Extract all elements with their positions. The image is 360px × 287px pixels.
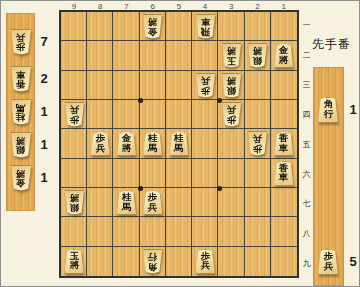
shogi-piece-gote[interactable]: 香車 — [10, 66, 32, 92]
board-cell[interactable] — [113, 12, 139, 41]
board-piece-holder: 桂馬 — [166, 129, 192, 158]
shogi-piece-gote[interactable]: 玉將 — [221, 43, 242, 68]
board-cell[interactable] — [166, 247, 192, 276]
shogi-piece-gote[interactable]: 歩兵 — [195, 73, 216, 98]
board-piece-holder: 金將 — [140, 12, 166, 41]
gote-hand-piece: 歩兵 — [9, 28, 33, 55]
piece-kanji-top: 玉 — [227, 56, 236, 66]
piece-kanji-top: 金 — [148, 27, 157, 37]
piece-kanji-bottom: 將 — [122, 144, 131, 154]
board-cell[interactable] — [271, 188, 297, 217]
board-piece-holder: 香車 — [271, 129, 297, 158]
board-cell[interactable] — [245, 217, 271, 246]
rank-label: 四 — [300, 109, 313, 120]
board-piece-holder: 金將 — [113, 129, 139, 158]
piece-kanji-bottom: 兵 — [200, 76, 209, 86]
shogi-diagram: 987654321 一二三四五六七八九 先手番 金將飛車玉將銀將金將歩兵銀將歩兵… — [0, 0, 360, 287]
board-cell[interactable] — [166, 71, 192, 100]
board-cell[interactable] — [140, 100, 166, 129]
piece-kanji-bottom: 兵 — [69, 105, 78, 115]
shogi-piece-gote[interactable]: 飛車 — [195, 14, 216, 39]
piece-kanji-bottom: 車 — [279, 173, 288, 183]
board-cell[interactable] — [218, 12, 244, 41]
sente-hand-count: 1 — [345, 102, 360, 117]
board-cell[interactable] — [140, 159, 166, 188]
board-cell[interactable] — [140, 41, 166, 70]
board-cell[interactable] — [61, 129, 87, 158]
piece-kanji-top: 歩 — [227, 115, 236, 125]
board-cell[interactable] — [61, 41, 87, 70]
board-piece-holder: 歩兵 — [140, 188, 166, 217]
gote-hand-count: 2 — [36, 71, 52, 86]
piece-kanji-top: 歩 — [69, 115, 78, 125]
rank-label: 一 — [300, 20, 313, 31]
board-cell[interactable] — [245, 71, 271, 100]
piece-kanji-bottom: 兵 — [96, 144, 105, 154]
board-piece-holder: 角行 — [140, 247, 166, 276]
board-piece-holder: 玉將 — [218, 41, 244, 70]
board-cell[interactable] — [218, 159, 244, 188]
board-cell[interactable] — [192, 41, 218, 70]
hoshi-dot — [217, 186, 222, 191]
board-cell[interactable] — [166, 100, 192, 129]
rank-label: 七 — [300, 198, 313, 209]
gote-hand-piece: 銀將 — [9, 131, 33, 158]
piece-kanji-bottom: 兵 — [200, 261, 209, 271]
piece-kanji-bottom: 將 — [16, 135, 25, 145]
gote-hand-count: 7 — [36, 34, 52, 49]
board-cell[interactable] — [192, 129, 218, 158]
piece-kanji-bottom: 車 — [279, 144, 288, 154]
board-cell[interactable] — [271, 247, 297, 276]
rank-label: 八 — [300, 228, 313, 239]
board-cell[interactable] — [87, 12, 113, 41]
board-piece-holder: 香車 — [271, 159, 297, 188]
shogi-piece-sente[interactable]: 桂馬 — [116, 190, 137, 215]
piece-kanji-top: 銀 — [69, 203, 78, 213]
board-piece-holder: 桂馬 — [113, 188, 139, 217]
board-cell[interactable] — [87, 71, 113, 100]
board-cell[interactable] — [87, 100, 113, 129]
board-cell[interactable] — [87, 159, 113, 188]
piece-kanji-bottom: 馬 — [16, 102, 25, 112]
board-cell[interactable] — [218, 247, 244, 276]
piece-kanji-top: 飛 — [200, 27, 209, 37]
gote-hand-piece: 金將 — [9, 164, 33, 191]
board-cell[interactable] — [113, 100, 139, 129]
board-cell[interactable] — [113, 247, 139, 276]
shogi-piece-sente[interactable]: 桂馬 — [142, 131, 163, 156]
gote-hand-count: 1 — [36, 170, 52, 185]
sente-hand-piece: 歩兵 — [316, 248, 340, 275]
board-cell[interactable] — [218, 217, 244, 246]
shogi-piece-gote[interactable]: 歩兵 — [247, 131, 268, 156]
rank-label: 六 — [300, 169, 313, 180]
piece-kanji-bottom: 馬 — [174, 144, 183, 154]
shogi-piece-gote[interactable]: 銀將 — [64, 190, 85, 215]
shogi-piece-sente[interactable]: 歩兵 — [195, 249, 216, 274]
gote-hand-count: 1 — [36, 137, 52, 152]
piece-kanji-bottom: 兵 — [148, 203, 157, 213]
board-piece-holder: 金將 — [271, 41, 297, 70]
board-cell[interactable] — [245, 100, 271, 129]
board-cell[interactable] — [192, 159, 218, 188]
board-cell[interactable] — [140, 71, 166, 100]
sente-hand-count: 5 — [345, 254, 360, 269]
gote-hand-piece: 桂馬 — [9, 98, 33, 125]
piece-kanji-bottom: 將 — [227, 46, 236, 56]
board-cell[interactable] — [87, 188, 113, 217]
board-cell[interactable] — [113, 217, 139, 246]
board-cell[interactable] — [61, 71, 87, 100]
gote-hand-count: 1 — [36, 104, 52, 119]
board-cell[interactable] — [218, 129, 244, 158]
board-cell[interactable] — [192, 217, 218, 246]
board-cell[interactable] — [87, 247, 113, 276]
board-piece-holder: 歩兵 — [245, 129, 271, 158]
rank-label: 三 — [300, 79, 313, 90]
board-piece-holder: 銀將 — [61, 188, 87, 217]
board-cell[interactable] — [245, 188, 271, 217]
board-cell[interactable] — [166, 159, 192, 188]
shogi-piece-sente[interactable]: 金將 — [273, 43, 294, 68]
board-piece-holder: 歩兵 — [61, 100, 87, 129]
board-piece-holder: 歩兵 — [218, 100, 244, 129]
board-cell[interactable] — [245, 159, 271, 188]
shogi-piece-sente[interactable]: 桂馬 — [168, 131, 189, 156]
board-cell[interactable] — [140, 217, 166, 246]
board-cell[interactable] — [87, 217, 113, 246]
board-cell[interactable] — [166, 217, 192, 246]
piece-kanji-bottom: 行 — [323, 110, 332, 120]
board-piece-holder: 銀將 — [218, 71, 244, 100]
piece-kanji-bottom: 兵 — [16, 32, 25, 42]
rank-label: 九 — [300, 258, 313, 269]
board-cell[interactable] — [218, 188, 244, 217]
board-cell[interactable] — [113, 41, 139, 70]
rank-label: 五 — [300, 139, 313, 150]
board-cell[interactable] — [166, 12, 192, 41]
shogi-piece-gote[interactable]: 歩兵 — [221, 102, 242, 127]
board-cell[interactable] — [271, 217, 297, 246]
board-cell[interactable] — [61, 159, 87, 188]
piece-kanji-bottom: 將 — [227, 76, 236, 86]
board-cell[interactable] — [113, 159, 139, 188]
shogi-piece-sente[interactable]: 歩兵 — [142, 190, 163, 215]
shogi-piece-gote[interactable]: 金將 — [142, 14, 163, 39]
shogi-piece-gote[interactable]: 銀將 — [221, 73, 242, 98]
board-cell[interactable] — [271, 12, 297, 41]
board-piece-holder: 飛車 — [192, 12, 218, 41]
piece-kanji-bottom: 將 — [69, 261, 78, 271]
piece-kanji-bottom: 將 — [253, 46, 262, 56]
shogi-piece-gote[interactable]: 歩兵 — [10, 29, 32, 55]
board-piece-holder: 銀將 — [245, 41, 271, 70]
piece-kanji-bottom: 兵 — [253, 134, 262, 144]
board-cell[interactable] — [245, 247, 271, 276]
board-piece-holder: 玉將 — [61, 247, 87, 276]
board-cell[interactable] — [192, 188, 218, 217]
piece-kanji-bottom: 將 — [148, 17, 157, 27]
hoshi-dot — [138, 98, 143, 103]
board-cell[interactable] — [192, 100, 218, 129]
shogi-piece-gote[interactable]: 銀將 — [10, 132, 32, 158]
shogi-piece-sente[interactable]: 金將 — [116, 131, 137, 156]
shogi-piece-sente[interactable]: 玉將 — [64, 249, 85, 274]
gote-hand-piece: 香車 — [9, 65, 33, 92]
board-piece-holder: 歩兵 — [87, 129, 113, 158]
piece-kanji-bottom: 馬 — [148, 144, 157, 154]
board-cell[interactable] — [61, 12, 87, 41]
piece-kanji-bottom: 馬 — [122, 203, 131, 213]
shogi-piece-sente[interactable]: 香車 — [273, 131, 294, 156]
shogi-piece-gote[interactable]: 歩兵 — [64, 102, 85, 127]
shogi-piece-gote[interactable]: 金將 — [10, 165, 32, 191]
board-cell[interactable] — [166, 188, 192, 217]
piece-kanji-bottom: 將 — [279, 56, 288, 66]
piece-kanji-top: 歩 — [253, 144, 262, 154]
shogi-piece-sente[interactable]: 角行 — [317, 97, 339, 123]
shogi-board: 金將飛車玉將銀將金將歩兵銀將歩兵歩兵歩兵金將桂馬桂馬歩兵香車香車銀將桂馬歩兵玉將… — [59, 10, 299, 278]
board-piece-holder: 歩兵 — [192, 247, 218, 276]
piece-kanji-top: 歩 — [200, 85, 209, 95]
piece-kanji-bottom: 將 — [16, 168, 25, 178]
piece-kanji-bottom: 兵 — [323, 262, 332, 272]
shogi-piece-gote[interactable]: 銀將 — [247, 43, 268, 68]
shogi-piece-gote[interactable]: 桂馬 — [10, 99, 32, 125]
board-cell[interactable] — [87, 41, 113, 70]
piece-kanji-top: 銀 — [227, 85, 236, 95]
shogi-piece-sente[interactable]: 歩兵 — [90, 131, 111, 156]
board-piece-holder: 桂馬 — [140, 129, 166, 158]
piece-kanji-top: 銀 — [253, 56, 262, 66]
board-cell[interactable] — [113, 71, 139, 100]
piece-kanji-bottom: 兵 — [227, 105, 236, 115]
board-cell[interactable] — [245, 12, 271, 41]
board-cell[interactable] — [271, 71, 297, 100]
board-cell[interactable] — [61, 217, 87, 246]
shogi-piece-gote[interactable]: 角行 — [142, 249, 163, 274]
shogi-piece-sente[interactable]: 歩兵 — [317, 249, 339, 275]
shogi-piece-sente[interactable]: 香車 — [273, 161, 294, 186]
piece-kanji-bottom: 將 — [69, 193, 78, 203]
turn-indicator: 先手番 — [312, 36, 360, 53]
board-piece-holder: 歩兵 — [192, 71, 218, 100]
piece-kanji-bottom: 車 — [200, 17, 209, 27]
sente-hand-piece: 角行 — [316, 96, 340, 123]
board-cell[interactable] — [271, 100, 297, 129]
piece-kanji-bottom: 車 — [16, 69, 25, 79]
board-cell[interactable] — [166, 41, 192, 70]
piece-kanji-top: 角 — [148, 261, 157, 271]
piece-kanji-bottom: 行 — [148, 252, 157, 262]
